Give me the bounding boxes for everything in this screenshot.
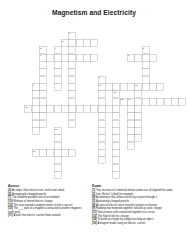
grid-cell[interactable]: [76, 39, 83, 46]
grid-cell[interactable]: [69, 83, 76, 90]
grid-cell[interactable]: [39, 76, 46, 83]
grid-cell[interactable]: [142, 69, 149, 76]
grid-cell[interactable]: [39, 98, 46, 105]
grid-cell[interactable]: [54, 164, 61, 171]
cell-number: 8: [99, 76, 100, 79]
grid-cell[interactable]: 1: [69, 32, 76, 39]
grid-cell[interactable]: 14: [127, 98, 134, 105]
grid-cell[interactable]: [135, 91, 142, 98]
grid-cell[interactable]: 17: [32, 149, 39, 156]
cell-number: 5: [143, 47, 144, 50]
grid-cell[interactable]: [135, 127, 142, 134]
grid-cell[interactable]: [142, 98, 149, 105]
grid-cell[interactable]: [61, 54, 68, 61]
cell-number: 13: [121, 98, 124, 101]
clue-text: Two or more cells connected together in …: [97, 211, 154, 214]
cell-number: 6: [40, 54, 41, 57]
grid-cell[interactable]: 12: [113, 91, 120, 98]
grid-cell[interactable]: [32, 91, 39, 98]
cell-number: 7: [128, 54, 129, 57]
puzzle-title: Magnetism and Electricity: [0, 0, 188, 16]
grid-cell[interactable]: [113, 171, 120, 178]
grid-cell[interactable]: [54, 83, 61, 90]
grid-cell[interactable]: [135, 135, 142, 142]
grid-cell[interactable]: [149, 83, 156, 90]
grid-cell[interactable]: [113, 120, 120, 127]
grid-cell[interactable]: [127, 113, 134, 120]
grid-cell[interactable]: [91, 105, 98, 112]
crossword-grid: 1234567891011121314151617: [10, 32, 186, 179]
cell-number: 10: [99, 84, 102, 87]
cell-number: 2: [62, 40, 63, 43]
grid-cell[interactable]: [142, 83, 149, 90]
grid-cell[interactable]: [54, 76, 61, 83]
clue-text: The flow of electric charge: [97, 214, 128, 217]
grid-cell[interactable]: [98, 149, 105, 156]
grid-cell[interactable]: 9: [32, 83, 39, 90]
grid-cell[interactable]: [113, 164, 120, 171]
grid-cell[interactable]: [54, 61, 61, 68]
grid-cell[interactable]: [127, 127, 134, 134]
grid-cell[interactable]: [98, 98, 105, 105]
grid-cell[interactable]: [69, 91, 76, 98]
grid-cell[interactable]: [47, 54, 54, 61]
grid-cell[interactable]: [69, 120, 76, 127]
grid-cell[interactable]: [105, 105, 112, 112]
grid-cell[interactable]: [113, 105, 120, 112]
grid-cell[interactable]: 10: [98, 83, 105, 90]
clue-text: An area of electric force around a proto…: [96, 203, 157, 206]
cell-number: 12: [113, 91, 116, 94]
grid-cell[interactable]: [54, 135, 61, 142]
grid-cell[interactable]: [39, 69, 46, 76]
grid-cell[interactable]: 7: [127, 54, 134, 61]
clue-item: [15] The ___ pole of a magnet is attract…: [8, 207, 87, 214]
across-header: Across: [8, 184, 87, 188]
clue-text: To build up charge by simply touching an…: [97, 218, 153, 221]
down-list: [1] Tiny sections of a material whose at…: [92, 189, 188, 225]
grid-cell[interactable]: [105, 83, 112, 90]
across-list: [2] An object that attracts iron, nickel…: [8, 189, 87, 218]
grid-cell[interactable]: [127, 120, 134, 127]
clue-item: [16] A magnet made using an electric cur…: [92, 222, 188, 225]
grid-cell[interactable]: [83, 54, 90, 61]
grid-cell[interactable]: [171, 98, 178, 105]
grid-cell[interactable]: [164, 98, 171, 105]
grid-cell[interactable]: [113, 113, 120, 120]
grid-cell[interactable]: 16: [54, 127, 61, 134]
grid-cell[interactable]: [54, 142, 61, 149]
grid-cell[interactable]: [113, 127, 120, 134]
grid-cell[interactable]: [54, 105, 61, 112]
clue-text: The ___ pole of a magnet is attracted to…: [8, 207, 82, 213]
grid-cell[interactable]: [157, 98, 164, 105]
grid-cell[interactable]: [113, 142, 120, 149]
clue-text: A negatively charged particle: [12, 192, 46, 195]
grid-cell[interactable]: [54, 157, 61, 164]
grid-cell[interactable]: [127, 105, 134, 112]
grid-cell[interactable]: 11: [135, 83, 142, 90]
grid-cell[interactable]: [98, 113, 105, 120]
grid-cell[interactable]: [98, 127, 105, 134]
cell-number: 17: [33, 150, 36, 153]
down-header: Down: [92, 184, 188, 188]
clue-text: A path that electric current flows aroun…: [13, 214, 60, 217]
grid-cell[interactable]: [91, 54, 98, 61]
grid-cell[interactable]: [76, 54, 83, 61]
clue-text: A substance that allows electricity to p…: [96, 196, 157, 199]
grid-cell[interactable]: [83, 39, 90, 46]
grid-cell[interactable]: [98, 142, 105, 149]
grid-cell[interactable]: [39, 149, 46, 156]
grid-cell[interactable]: [113, 83, 120, 90]
cell-number: 14: [128, 98, 131, 101]
grid-cell[interactable]: [69, 54, 76, 61]
grid-cell[interactable]: [113, 135, 120, 142]
clue-text: Tiny sections of a material whose atoms …: [96, 189, 172, 192]
grid-cell[interactable]: [32, 105, 39, 112]
cell-number: 4: [55, 47, 56, 50]
grid-cell[interactable]: [69, 69, 76, 76]
grid-cell[interactable]: [39, 105, 46, 112]
cell-number: 11: [135, 84, 137, 87]
grid-cell[interactable]: [39, 120, 46, 127]
grid-cell[interactable]: [69, 105, 76, 112]
clue-text: The smallest possible unit of an element: [12, 196, 60, 199]
grid-cell[interactable]: [179, 98, 186, 105]
grid-cell[interactable]: [142, 76, 149, 83]
grid-cell[interactable]: [98, 105, 105, 112]
grid-cell[interactable]: [47, 149, 54, 156]
grid-cell[interactable]: [98, 135, 105, 142]
grid-cell[interactable]: 13: [120, 98, 127, 105]
clue-text: Iron, Nickel, Cobalt for example: [96, 192, 133, 195]
grid-cell[interactable]: 3: [39, 47, 46, 54]
grid-cell[interactable]: [127, 83, 134, 90]
grid-cell[interactable]: [142, 61, 149, 68]
grid-cell[interactable]: 5: [142, 47, 149, 54]
grid-cell[interactable]: [32, 98, 39, 105]
grid-cell[interactable]: [157, 83, 164, 90]
cell-number: 15: [25, 106, 28, 109]
grid-cell[interactable]: [149, 54, 156, 61]
grid-cell[interactable]: [32, 127, 39, 134]
clue-text: An object that attracts iron, nickel and…: [12, 189, 64, 192]
grid-cell[interactable]: 2: [61, 39, 68, 46]
grid-cell[interactable]: [113, 98, 120, 105]
cell-number: 16: [55, 128, 58, 131]
cell-number: 1: [69, 32, 70, 35]
grid-cell[interactable]: 6: [39, 54, 46, 61]
grid-cell[interactable]: [61, 149, 68, 156]
clues-section: Across [2] An object that attracts iron,…: [0, 184, 188, 225]
grid-cell[interactable]: [142, 54, 149, 61]
grid-cell[interactable]: 15: [25, 105, 32, 112]
grid-cell[interactable]: [135, 54, 142, 61]
grid-cell[interactable]: [69, 113, 76, 120]
grid-cell[interactable]: [135, 98, 142, 105]
grid-cell[interactable]: [127, 142, 134, 149]
grid-cell[interactable]: [61, 105, 68, 112]
clue-item: [17] A path that electric current flows …: [8, 214, 87, 217]
grid-cell[interactable]: [54, 69, 61, 76]
grid-cell[interactable]: 4: [54, 47, 61, 54]
grid-cell[interactable]: [149, 98, 156, 105]
grid-cell[interactable]: [54, 149, 61, 156]
grid-cell[interactable]: [127, 135, 134, 142]
grid-cell[interactable]: [69, 39, 76, 46]
grid-cell[interactable]: 8: [98, 76, 105, 83]
grid-cell[interactable]: [54, 171, 61, 178]
grid-cell[interactable]: [135, 120, 142, 127]
grid-cell[interactable]: [113, 157, 120, 164]
cell-number: 9: [33, 84, 34, 87]
grid-cell[interactable]: [32, 120, 39, 127]
grid-cell[interactable]: [54, 54, 61, 61]
grid-cell[interactable]: [91, 39, 98, 46]
clue-text: The area around a magnet where its force…: [13, 203, 72, 206]
grid-cell[interactable]: [83, 105, 90, 112]
grid-cell[interactable]: [98, 91, 105, 98]
grid-cell[interactable]: [69, 98, 76, 105]
grid-cell[interactable]: [32, 113, 39, 120]
grid-cell[interactable]: [39, 113, 46, 120]
grid-cell[interactable]: [113, 149, 120, 156]
grid-cell[interactable]: [98, 157, 105, 164]
clue-text: A magnet made using an electric current: [97, 222, 145, 225]
grid-cell[interactable]: [39, 91, 46, 98]
grid-cell[interactable]: [135, 105, 142, 112]
clue-text: A positively charged particle: [96, 200, 129, 203]
grid-cell[interactable]: [39, 83, 46, 90]
cell-number: 3: [40, 47, 41, 50]
grid-cell[interactable]: [69, 149, 76, 156]
grid-cell[interactable]: [98, 120, 105, 127]
page: Magnetism and Electricity 12345678910111…: [0, 0, 188, 243]
grid-cell[interactable]: [69, 76, 76, 83]
grid-cell[interactable]: [135, 113, 142, 120]
grid-cell[interactable]: [120, 83, 127, 90]
grid-cell[interactable]: [69, 47, 76, 54]
across-clues: Across [2] An object that attracts iron,…: [0, 184, 87, 225]
grid-cell[interactable]: [69, 61, 76, 68]
clue-text: Rubbing two materials together to build …: [96, 207, 162, 210]
grid-cell[interactable]: [39, 61, 46, 68]
down-clues: Down [1] Tiny sections of a material who…: [87, 184, 188, 225]
grid-cell[interactable]: [47, 105, 54, 112]
clue-text: Release of stored electric charge: [13, 200, 52, 203]
grid-cell[interactable]: [76, 105, 83, 112]
